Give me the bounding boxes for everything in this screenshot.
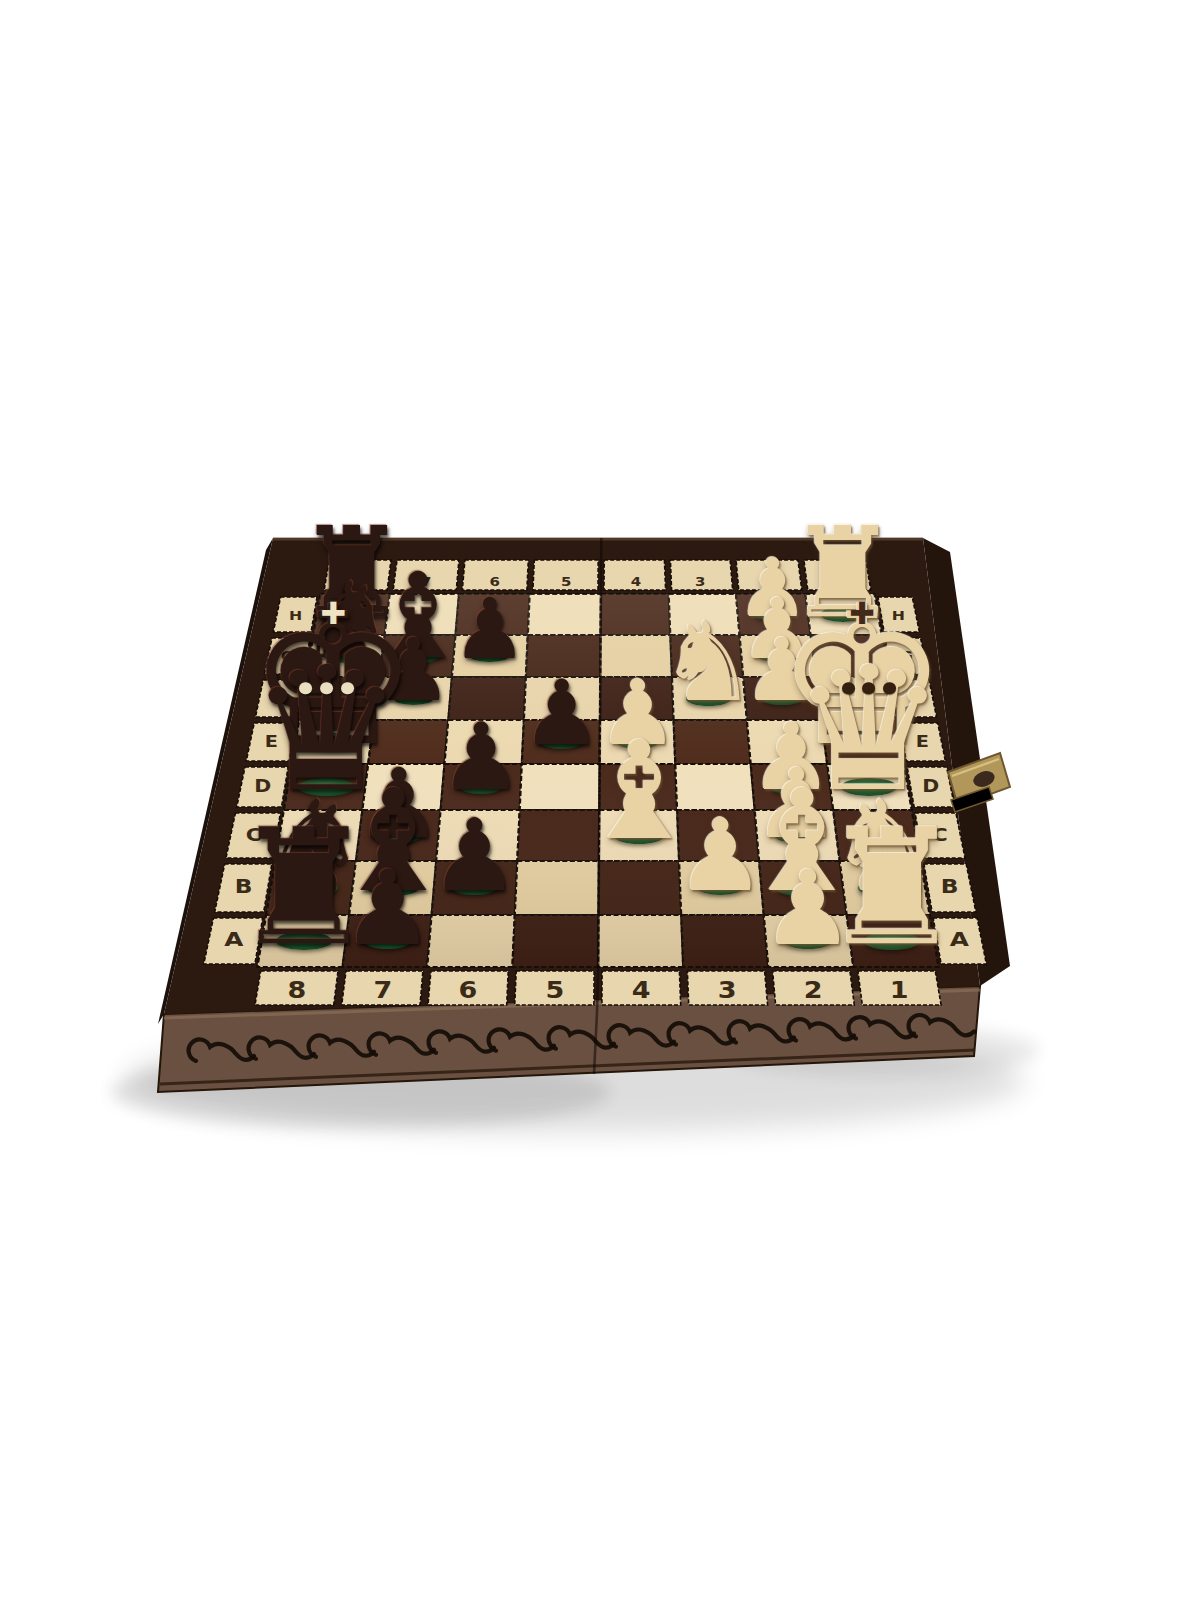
- square-h4: [601, 594, 671, 635]
- file-label-left-H: H: [289, 608, 302, 622]
- square-g3: [670, 635, 743, 677]
- square-f6: [448, 677, 526, 720]
- product-photo-background: 8765432187654321HHGGFFEEDDCCBBAA ♜♟♜♞♝♟♟…: [0, 0, 1200, 1600]
- square-f8: [299, 677, 379, 720]
- file-label-right-G: G: [899, 648, 913, 664]
- square-e4: [600, 720, 676, 764]
- square-a7: [343, 915, 432, 967]
- square-e7: [368, 720, 448, 764]
- file-label-right-D: D: [922, 777, 939, 796]
- square-e8: [292, 720, 374, 764]
- rank-label-top-3: 3: [695, 574, 705, 588]
- square-d7: [362, 764, 444, 810]
- square-g7: [379, 635, 455, 677]
- square-b6: [432, 861, 518, 915]
- file-label-left-D: D: [254, 777, 271, 796]
- square-b2: [759, 861, 847, 915]
- square-h5: [528, 594, 601, 635]
- rank-label-top-1: 1: [832, 574, 842, 588]
- square-g5: [526, 635, 601, 677]
- square-c2: [755, 810, 840, 861]
- square-d8: [284, 764, 368, 810]
- square-c6: [436, 810, 520, 861]
- rank-label-top-4: 4: [631, 574, 641, 588]
- square-c8: [275, 810, 362, 861]
- square-h6: [456, 594, 530, 635]
- square-g6: [452, 635, 528, 677]
- square-b5: [515, 861, 599, 915]
- square-e3: [674, 720, 751, 764]
- square-h3: [669, 594, 740, 635]
- square-g1: [811, 635, 889, 677]
- file-label-left-B: B: [235, 875, 253, 897]
- square-a4: [598, 915, 683, 967]
- square-b3: [679, 861, 764, 915]
- square-g4: [600, 635, 672, 677]
- rank-label-top-2: 2: [764, 574, 774, 588]
- square-a3: [681, 915, 768, 967]
- square-d3: [675, 764, 754, 810]
- rank-label-top-7: 7: [421, 574, 431, 588]
- rank-label-bottom-1: 1: [890, 977, 909, 1003]
- square-a1: [847, 915, 939, 967]
- square-f4: [600, 677, 674, 720]
- square-a5: [512, 915, 598, 967]
- rank-label-bottom-8: 8: [287, 977, 306, 1003]
- file-label-left-C: C: [246, 823, 262, 845]
- square-e1: [822, 720, 904, 764]
- rank-label-top-8: 8: [352, 574, 362, 588]
- square-h2: [736, 594, 811, 635]
- square-a8: [257, 915, 349, 967]
- square-a6: [427, 915, 515, 967]
- square-h7: [385, 594, 459, 635]
- square-d4: [599, 764, 677, 810]
- square-g8: [306, 635, 384, 677]
- square-c1: [833, 810, 920, 861]
- rank-label-bottom-5: 5: [546, 977, 565, 1003]
- file-label-right-C: C: [932, 823, 948, 845]
- rank-label-top-6: 6: [489, 574, 499, 588]
- file-label-right-B: B: [941, 875, 959, 897]
- chess-board: 8765432187654321HHGGFFEEDDCCBBAA: [0, 0, 1200, 1600]
- rank-label-bottom-7: 7: [374, 977, 393, 1003]
- file-label-left-F: F: [273, 690, 285, 707]
- square-f5: [524, 677, 600, 720]
- square-c3: [677, 810, 759, 861]
- rank-label-bottom-3: 3: [718, 977, 737, 1003]
- square-a2: [764, 915, 854, 967]
- square-d5: [520, 764, 600, 810]
- file-label-right-H: H: [892, 608, 905, 622]
- square-d2: [751, 764, 834, 810]
- square-f7: [374, 677, 452, 720]
- square-b7: [349, 861, 436, 915]
- file-label-left-G: G: [281, 648, 295, 664]
- file-label-right-E: E: [916, 733, 929, 751]
- file-label-right-A: A: [950, 927, 970, 950]
- square-b4: [599, 861, 682, 915]
- square-b8: [266, 861, 356, 915]
- rank-label-bottom-6: 6: [459, 977, 478, 1003]
- rank-label-bottom-2: 2: [804, 977, 823, 1003]
- square-e2: [747, 720, 827, 764]
- square-f1: [816, 677, 896, 720]
- square-c4: [599, 810, 679, 861]
- file-label-left-E: E: [265, 733, 278, 751]
- rank-label-bottom-4: 4: [632, 977, 651, 1003]
- square-c7: [356, 810, 441, 861]
- square-h1: [805, 594, 881, 635]
- square-b1: [840, 861, 930, 915]
- square-d1: [827, 764, 911, 810]
- square-c5: [517, 810, 599, 861]
- square-e6: [445, 720, 524, 764]
- square-f2: [743, 677, 821, 720]
- square-e5: [522, 720, 600, 764]
- square-d6: [441, 764, 522, 810]
- square-h8: [314, 594, 390, 635]
- square-g2: [740, 635, 816, 677]
- rank-label-top-5: 5: [561, 574, 571, 588]
- file-label-left-A: A: [224, 927, 244, 950]
- file-label-right-F: F: [908, 690, 920, 707]
- square-f3: [672, 677, 747, 720]
